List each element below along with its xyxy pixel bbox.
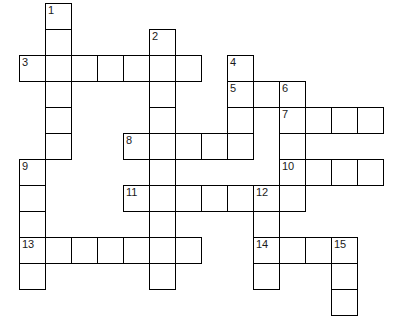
crossword-cell[interactable] bbox=[357, 107, 384, 134]
crossword-cell[interactable] bbox=[305, 237, 332, 264]
crossword-cell[interactable] bbox=[201, 185, 228, 212]
crossword-cell[interactable] bbox=[19, 185, 46, 212]
clue-number-12: 12 bbox=[256, 186, 268, 199]
crossword-cell[interactable] bbox=[305, 107, 332, 134]
crossword-cell[interactable] bbox=[331, 107, 358, 134]
crossword-cell[interactable] bbox=[175, 185, 202, 212]
crossword-cell[interactable] bbox=[149, 133, 176, 160]
crossword-cell[interactable] bbox=[227, 133, 254, 160]
crossword-cell[interactable]: 7 bbox=[279, 107, 306, 134]
clue-number-10: 10 bbox=[282, 160, 294, 173]
clue-number-3: 3 bbox=[22, 56, 28, 69]
clue-number-8: 8 bbox=[126, 134, 132, 147]
crossword-cell[interactable] bbox=[305, 159, 332, 186]
crossword-cell[interactable]: 2 bbox=[149, 29, 176, 56]
crossword-cell[interactable]: 3 bbox=[19, 55, 46, 82]
crossword-cell[interactable] bbox=[279, 237, 306, 264]
crossword-cell[interactable] bbox=[279, 133, 306, 160]
clue-number-6: 6 bbox=[282, 82, 288, 95]
crossword-cell[interactable] bbox=[45, 237, 72, 264]
crossword-cell[interactable] bbox=[149, 81, 176, 108]
crossword-cell[interactable] bbox=[331, 263, 358, 290]
clue-number-7: 7 bbox=[282, 108, 288, 121]
clue-number-11: 11 bbox=[126, 186, 137, 199]
crossword-cell[interactable] bbox=[45, 29, 72, 56]
crossword-cell[interactable]: 9 bbox=[19, 159, 46, 186]
crossword-cell[interactable] bbox=[45, 81, 72, 108]
crossword-board: 123456789101112131415 bbox=[0, 0, 397, 320]
crossword-cell[interactable] bbox=[71, 55, 98, 82]
crossword-cell[interactable] bbox=[149, 263, 176, 290]
crossword-cell[interactable]: 5 bbox=[227, 81, 254, 108]
clue-number-2: 2 bbox=[152, 30, 158, 43]
crossword-cell[interactable] bbox=[45, 55, 72, 82]
crossword-cell[interactable] bbox=[123, 237, 150, 264]
crossword-cell[interactable]: 1 bbox=[45, 3, 72, 30]
crossword-cell[interactable] bbox=[149, 185, 176, 212]
crossword-cell[interactable] bbox=[227, 107, 254, 134]
crossword-cell[interactable] bbox=[45, 133, 72, 160]
crossword-cell[interactable]: 10 bbox=[279, 159, 306, 186]
crossword-cell[interactable] bbox=[175, 237, 202, 264]
clue-number-13: 13 bbox=[22, 238, 34, 251]
clue-number-1: 1 bbox=[48, 4, 54, 17]
crossword-cell[interactable] bbox=[45, 107, 72, 134]
crossword-cell[interactable] bbox=[123, 55, 150, 82]
crossword-cell[interactable] bbox=[279, 185, 306, 212]
crossword-cell[interactable] bbox=[149, 107, 176, 134]
crossword-cell[interactable] bbox=[149, 159, 176, 186]
clue-number-9: 9 bbox=[22, 160, 28, 173]
crossword-cell[interactable] bbox=[201, 133, 228, 160]
clue-number-15: 15 bbox=[334, 238, 346, 251]
crossword-cell[interactable] bbox=[253, 211, 280, 238]
crossword-cell[interactable] bbox=[97, 237, 124, 264]
crossword-cell[interactable]: 11 bbox=[123, 185, 150, 212]
crossword-cell[interactable] bbox=[227, 185, 254, 212]
crossword-cell[interactable] bbox=[19, 263, 46, 290]
crossword-cell[interactable]: 8 bbox=[123, 133, 150, 160]
crossword-cell[interactable]: 12 bbox=[253, 185, 280, 212]
crossword-cell[interactable] bbox=[331, 159, 358, 186]
crossword-cell[interactable]: 13 bbox=[19, 237, 46, 264]
crossword-cell[interactable] bbox=[175, 133, 202, 160]
crossword-cell[interactable] bbox=[19, 211, 46, 238]
crossword-cell[interactable]: 15 bbox=[331, 237, 358, 264]
crossword-cell[interactable] bbox=[97, 55, 124, 82]
crossword-cell[interactable] bbox=[149, 55, 176, 82]
crossword-cell[interactable]: 14 bbox=[253, 237, 280, 264]
crossword-cell[interactable] bbox=[331, 289, 358, 316]
crossword-cell[interactable]: 6 bbox=[279, 81, 306, 108]
crossword-cell[interactable] bbox=[71, 237, 98, 264]
crossword-cell[interactable]: 4 bbox=[227, 55, 254, 82]
crossword-cell[interactable] bbox=[357, 159, 384, 186]
clue-number-4: 4 bbox=[230, 56, 236, 69]
crossword-cell[interactable] bbox=[149, 211, 176, 238]
crossword-cell[interactable] bbox=[175, 55, 202, 82]
crossword-cell[interactable] bbox=[253, 81, 280, 108]
crossword-cell[interactable] bbox=[253, 263, 280, 290]
crossword-cell[interactable] bbox=[149, 237, 176, 264]
clue-number-14: 14 bbox=[256, 238, 268, 251]
crossword-page: 123456789101112131415 bbox=[0, 0, 397, 320]
clue-number-5: 5 bbox=[230, 82, 236, 95]
